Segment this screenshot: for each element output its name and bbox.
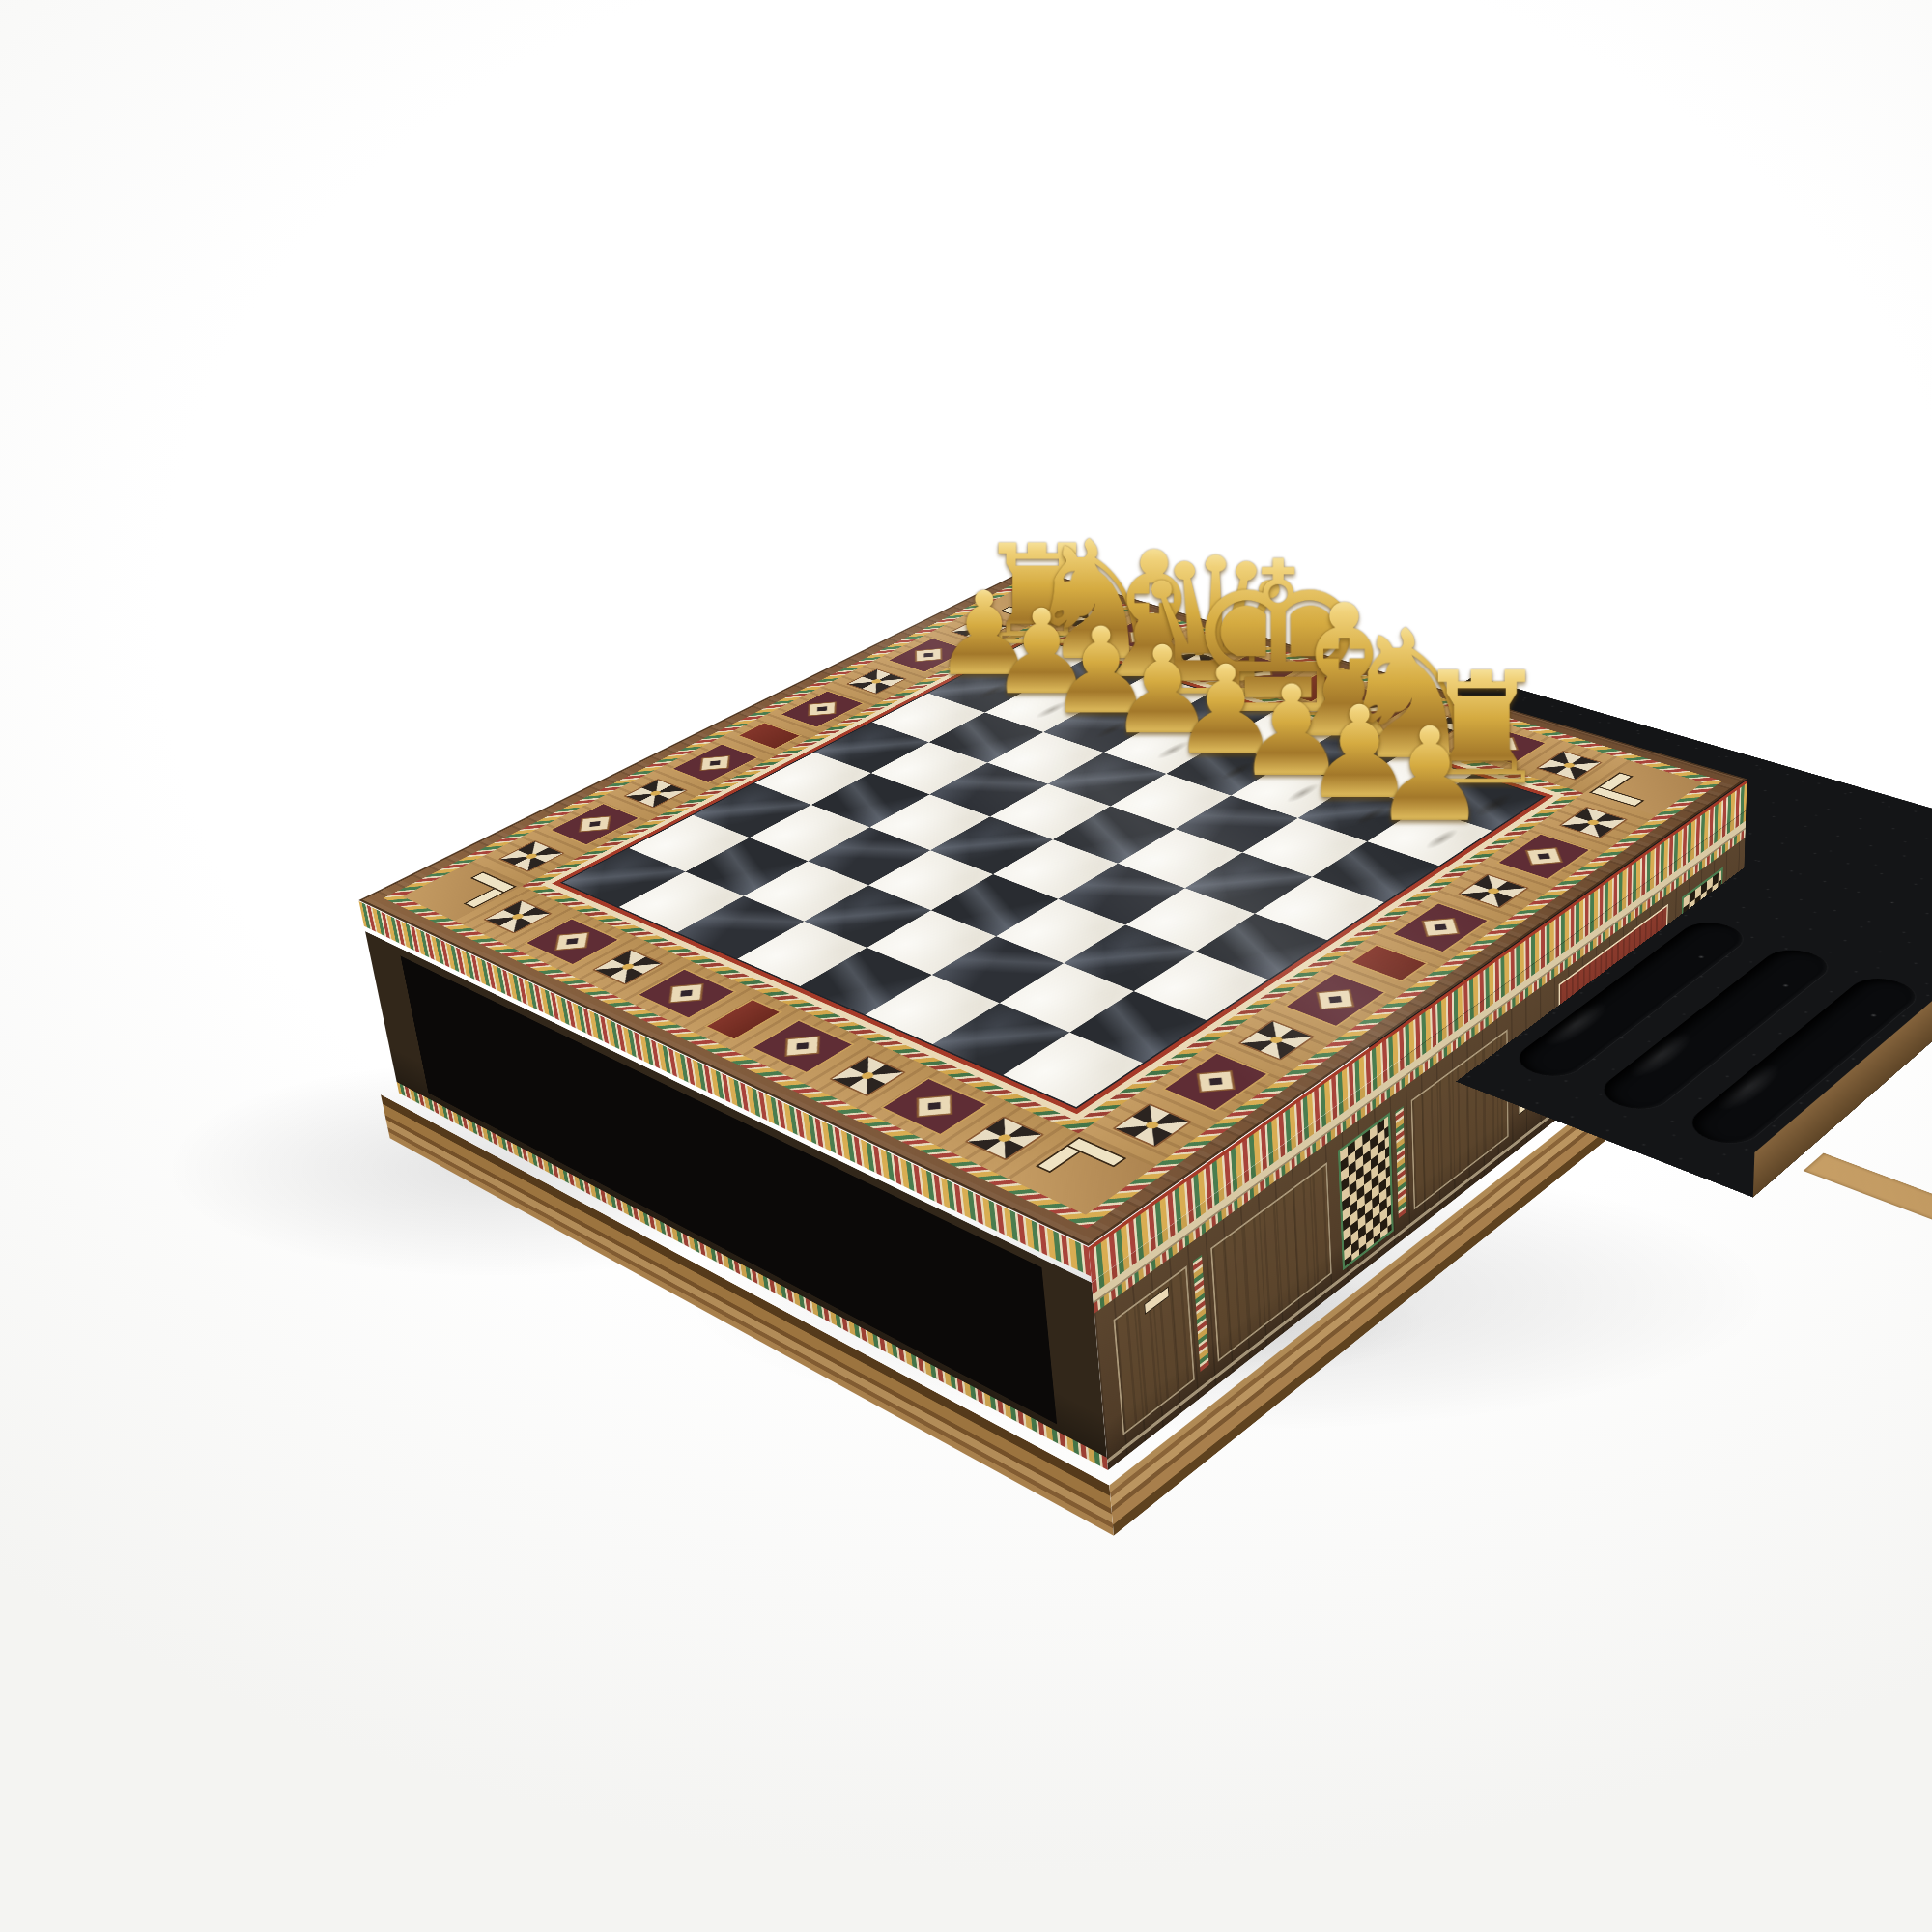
red-inlay-motif (1350, 944, 1429, 981)
star-square-motif (1113, 1103, 1193, 1148)
red-inlay-motif (737, 722, 802, 750)
mosaic-star-cluster (1338, 1112, 1394, 1270)
tick-separator (1193, 1255, 1209, 1372)
drawer-inner-wall (1753, 908, 1932, 1197)
red-inlay-motif (704, 999, 782, 1040)
wood-panel (1114, 1265, 1195, 1435)
star-square-motif (1558, 807, 1628, 838)
star-square-motif (1458, 874, 1529, 909)
star-square-motif (964, 1116, 1044, 1160)
drawer-front-top-edge (1804, 1152, 1932, 1612)
star-square-motif (498, 840, 565, 872)
diamond-medallion-motif (524, 918, 620, 965)
tick-separator (1395, 1106, 1406, 1218)
star-square-motif (1237, 1020, 1315, 1061)
star-square-motif (483, 899, 553, 933)
drawer-piece-slot-7[interactable] (1592, 944, 1838, 1116)
product-photo-canvas: { "game": "chess", "scene": { "type": "o… (0, 0, 1932, 1932)
diamond-medallion-motif (751, 1019, 855, 1073)
star-square-motif (829, 1055, 906, 1096)
diamond-medallion-motif (636, 968, 736, 1019)
drawer-piece-slot-6[interactable] (1507, 917, 1753, 1083)
piece-gold-pawn-h7[interactable]: ♟ (1307, 714, 1552, 838)
star-square-motif (623, 779, 688, 809)
camera-tilt: ♜♞♝♛♚♝♞♜♟♟♟♟♟♟♟♟ (0, 0, 1932, 1932)
star-square-motif (592, 949, 664, 985)
